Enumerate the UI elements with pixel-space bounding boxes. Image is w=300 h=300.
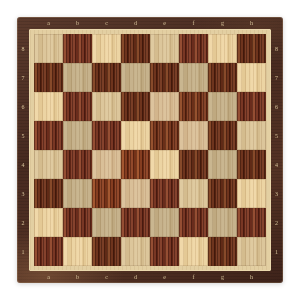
square-a1	[34, 237, 63, 266]
file-label-f: f	[179, 17, 208, 29]
square-f1	[179, 237, 208, 266]
file-label-d: d	[121, 17, 150, 29]
square-b7	[63, 63, 92, 92]
rank-label-8: 8	[17, 34, 29, 63]
file-label-g: g	[208, 17, 237, 29]
square-b4	[63, 150, 92, 179]
square-h5	[237, 121, 266, 150]
square-e4	[150, 150, 179, 179]
rank-labels-right: 87654321	[270, 34, 283, 266]
square-g1	[208, 237, 237, 266]
rank-label-6: 6	[270, 92, 283, 121]
square-h7	[237, 63, 266, 92]
file-label-g: g	[208, 270, 237, 283]
square-h4	[237, 150, 266, 179]
square-b1	[63, 237, 92, 266]
file-label-e: e	[150, 270, 179, 283]
file-label-h: h	[237, 270, 266, 283]
file-labels-bottom: abcdefgh	[34, 270, 266, 283]
square-f3	[179, 179, 208, 208]
square-e2	[150, 208, 179, 237]
rank-label-2: 2	[17, 208, 29, 237]
square-e1	[150, 237, 179, 266]
square-c1	[92, 237, 121, 266]
file-label-a: a	[34, 270, 63, 283]
rank-label-3: 3	[17, 179, 29, 208]
square-d4	[121, 150, 150, 179]
square-d8	[121, 34, 150, 63]
square-c7	[92, 63, 121, 92]
square-b6	[63, 92, 92, 121]
file-label-b: b	[63, 270, 92, 283]
file-label-f: f	[179, 270, 208, 283]
rank-label-7: 7	[270, 63, 283, 92]
square-b2	[63, 208, 92, 237]
file-label-h: h	[237, 17, 266, 29]
rank-label-5: 5	[17, 121, 29, 150]
square-e8	[150, 34, 179, 63]
rank-label-1: 1	[17, 237, 29, 266]
square-h2	[237, 208, 266, 237]
file-label-c: c	[92, 17, 121, 29]
chess-board: abcdefgh abcdefgh 87654321 87654321	[17, 17, 283, 283]
square-a5	[34, 121, 63, 150]
square-f8	[179, 34, 208, 63]
rank-label-8: 8	[270, 34, 283, 63]
square-d2	[121, 208, 150, 237]
square-a6	[34, 92, 63, 121]
square-e5	[150, 121, 179, 150]
rank-label-4: 4	[270, 150, 283, 179]
square-d7	[121, 63, 150, 92]
square-d5	[121, 121, 150, 150]
square-c6	[92, 92, 121, 121]
square-g4	[208, 150, 237, 179]
square-a4	[34, 150, 63, 179]
square-f2	[179, 208, 208, 237]
rank-label-1: 1	[270, 237, 283, 266]
square-g6	[208, 92, 237, 121]
square-f4	[179, 150, 208, 179]
square-a8	[34, 34, 63, 63]
square-e6	[150, 92, 179, 121]
rank-label-6: 6	[17, 92, 29, 121]
rank-label-4: 4	[17, 150, 29, 179]
square-e3	[150, 179, 179, 208]
square-g8	[208, 34, 237, 63]
rank-labels-left: 87654321	[17, 34, 29, 266]
rank-label-7: 7	[17, 63, 29, 92]
square-c3	[92, 179, 121, 208]
file-label-b: b	[63, 17, 92, 29]
square-c8	[92, 34, 121, 63]
file-label-a: a	[34, 17, 63, 29]
square-b8	[63, 34, 92, 63]
board-squares	[34, 34, 266, 266]
square-c2	[92, 208, 121, 237]
square-h1	[237, 237, 266, 266]
rank-label-5: 5	[270, 121, 283, 150]
file-label-c: c	[92, 270, 121, 283]
rank-label-2: 2	[270, 208, 283, 237]
file-labels-top: abcdefgh	[34, 17, 266, 29]
file-label-e: e	[150, 17, 179, 29]
square-f7	[179, 63, 208, 92]
square-d1	[121, 237, 150, 266]
rank-label-3: 3	[270, 179, 283, 208]
square-a3	[34, 179, 63, 208]
file-label-d: d	[121, 270, 150, 283]
square-b3	[63, 179, 92, 208]
square-d6	[121, 92, 150, 121]
square-f5	[179, 121, 208, 150]
square-g3	[208, 179, 237, 208]
square-e7	[150, 63, 179, 92]
square-a2	[34, 208, 63, 237]
square-c4	[92, 150, 121, 179]
square-c5	[92, 121, 121, 150]
square-g7	[208, 63, 237, 92]
square-a7	[34, 63, 63, 92]
square-f6	[179, 92, 208, 121]
photo-background: abcdefgh abcdefgh 87654321 87654321	[0, 0, 300, 300]
square-h8	[237, 34, 266, 63]
square-h6	[237, 92, 266, 121]
square-b5	[63, 121, 92, 150]
square-h3	[237, 179, 266, 208]
square-g2	[208, 208, 237, 237]
square-d3	[121, 179, 150, 208]
square-g5	[208, 121, 237, 150]
